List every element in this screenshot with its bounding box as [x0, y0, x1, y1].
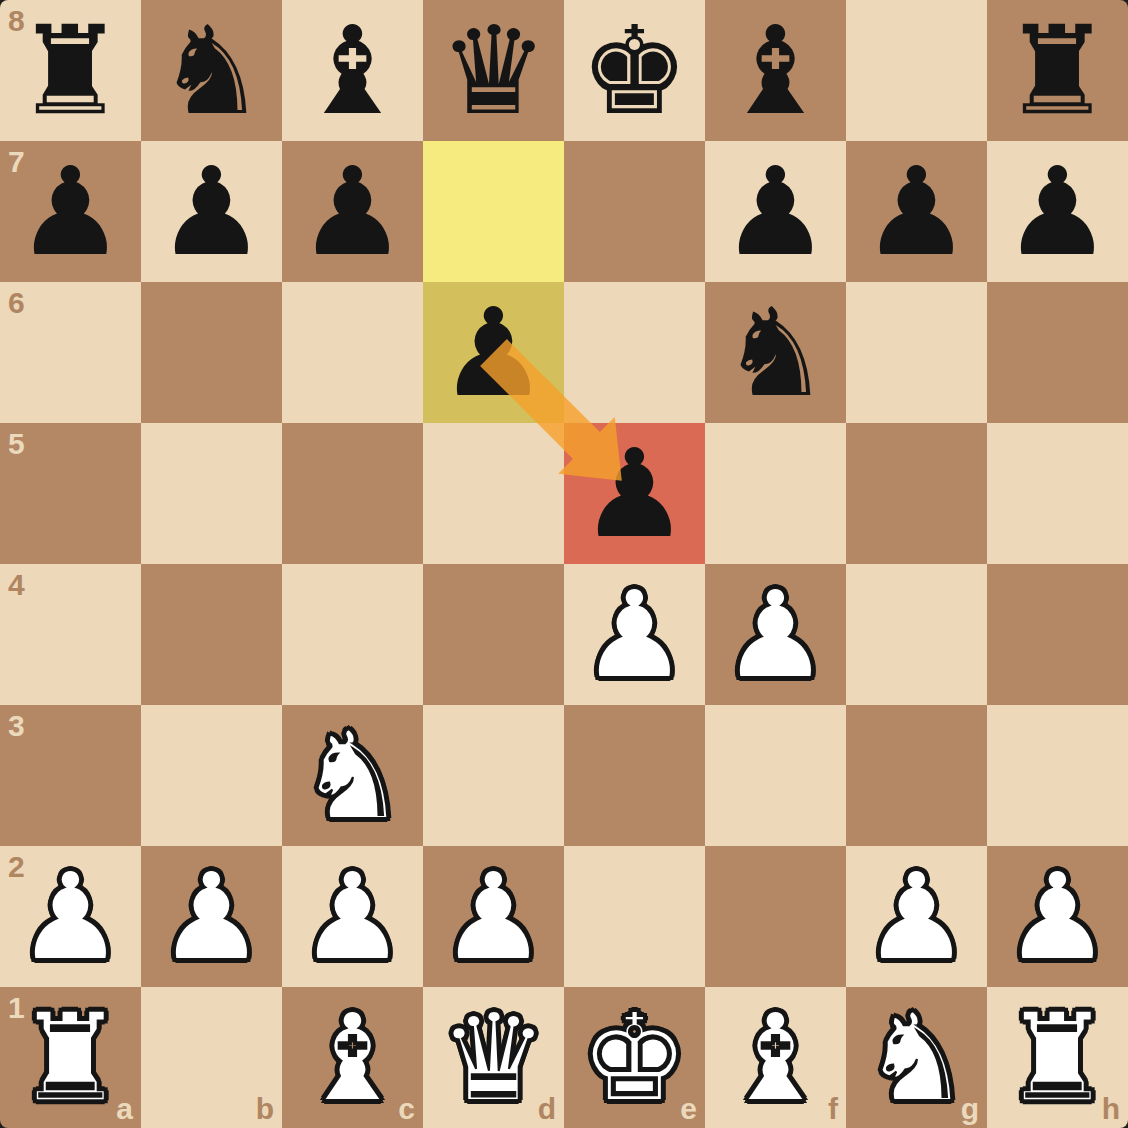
- square-e4[interactable]: ♟: [564, 564, 705, 705]
- square-h6[interactable]: [987, 282, 1128, 423]
- coord-rank-5: 5: [8, 427, 25, 461]
- piece-black-queen[interactable]: ♛: [423, 0, 564, 141]
- square-g5[interactable]: [846, 423, 987, 564]
- coord-file-f: f: [828, 1092, 838, 1126]
- square-f2[interactable]: [705, 846, 846, 987]
- square-b8[interactable]: ♞: [141, 0, 282, 141]
- coord-rank-7: 7: [8, 145, 25, 179]
- square-b6[interactable]: [141, 282, 282, 423]
- square-h8[interactable]: ♜: [987, 0, 1128, 141]
- square-c8[interactable]: ♝: [282, 0, 423, 141]
- square-f5[interactable]: [705, 423, 846, 564]
- coord-file-c: c: [398, 1092, 415, 1126]
- square-a5[interactable]: 5: [0, 423, 141, 564]
- coord-file-a: a: [116, 1092, 133, 1126]
- square-g4[interactable]: [846, 564, 987, 705]
- square-g6[interactable]: [846, 282, 987, 423]
- piece-black-pawn[interactable]: ♟: [987, 141, 1128, 282]
- square-d8[interactable]: ♛: [423, 0, 564, 141]
- square-d6[interactable]: ♟: [423, 282, 564, 423]
- coord-file-d: d: [538, 1092, 556, 1126]
- square-c3[interactable]: ♞: [282, 705, 423, 846]
- square-d5[interactable]: [423, 423, 564, 564]
- square-e1[interactable]: ♚e: [564, 987, 705, 1128]
- square-h3[interactable]: [987, 705, 1128, 846]
- piece-black-pawn[interactable]: ♟: [282, 141, 423, 282]
- piece-white-pawn[interactable]: ♟: [987, 846, 1128, 987]
- square-f7[interactable]: ♟: [705, 141, 846, 282]
- square-g8[interactable]: [846, 0, 987, 141]
- piece-black-pawn[interactable]: ♟: [705, 141, 846, 282]
- square-h1[interactable]: ♜h: [987, 987, 1128, 1128]
- piece-black-rook[interactable]: ♜: [987, 0, 1128, 141]
- piece-black-pawn[interactable]: ♟: [846, 141, 987, 282]
- piece-white-pawn[interactable]: ♟: [846, 846, 987, 987]
- square-f8[interactable]: ♝: [705, 0, 846, 141]
- piece-white-pawn[interactable]: ♟: [564, 564, 705, 705]
- square-f6[interactable]: ♞: [705, 282, 846, 423]
- piece-black-pawn[interactable]: ♟: [423, 282, 564, 423]
- coord-rank-6: 6: [8, 286, 25, 320]
- square-a7[interactable]: ♟7: [0, 141, 141, 282]
- square-e5[interactable]: ♟: [564, 423, 705, 564]
- square-h2[interactable]: ♟: [987, 846, 1128, 987]
- square-f3[interactable]: [705, 705, 846, 846]
- piece-white-bishop[interactable]: ♝: [705, 987, 846, 1128]
- piece-black-bishop[interactable]: ♝: [282, 0, 423, 141]
- square-h7[interactable]: ♟: [987, 141, 1128, 282]
- square-a1[interactable]: ♜1a: [0, 987, 141, 1128]
- square-c2[interactable]: ♟: [282, 846, 423, 987]
- square-d3[interactable]: [423, 705, 564, 846]
- square-b4[interactable]: [141, 564, 282, 705]
- square-b7[interactable]: ♟: [141, 141, 282, 282]
- piece-white-knight[interactable]: ♞: [282, 705, 423, 846]
- square-g3[interactable]: [846, 705, 987, 846]
- piece-black-bishop[interactable]: ♝: [705, 0, 846, 141]
- square-g2[interactable]: ♟: [846, 846, 987, 987]
- square-a8[interactable]: ♜8: [0, 0, 141, 141]
- square-d7[interactable]: [423, 141, 564, 282]
- coord-file-b: b: [256, 1092, 274, 1126]
- coord-rank-1: 1: [8, 991, 25, 1025]
- square-e3[interactable]: [564, 705, 705, 846]
- square-b5[interactable]: [141, 423, 282, 564]
- square-b1[interactable]: b: [141, 987, 282, 1128]
- square-d2[interactable]: ♟: [423, 846, 564, 987]
- square-g1[interactable]: ♞g: [846, 987, 987, 1128]
- coord-file-h: h: [1102, 1092, 1120, 1126]
- coord-rank-4: 4: [8, 568, 25, 602]
- square-b2[interactable]: ♟: [141, 846, 282, 987]
- piece-black-king[interactable]: ♚: [564, 0, 705, 141]
- square-e6[interactable]: [564, 282, 705, 423]
- square-d1[interactable]: ♛d: [423, 987, 564, 1128]
- piece-white-pawn[interactable]: ♟: [282, 846, 423, 987]
- square-a3[interactable]: 3: [0, 705, 141, 846]
- square-c4[interactable]: [282, 564, 423, 705]
- square-c5[interactable]: [282, 423, 423, 564]
- piece-black-pawn[interactable]: ♟: [564, 423, 705, 564]
- square-c6[interactable]: [282, 282, 423, 423]
- piece-black-knight[interactable]: ♞: [705, 282, 846, 423]
- square-f1[interactable]: ♝f: [705, 987, 846, 1128]
- piece-white-pawn[interactable]: ♟: [705, 564, 846, 705]
- square-c7[interactable]: ♟: [282, 141, 423, 282]
- square-a6[interactable]: 6: [0, 282, 141, 423]
- coord-rank-3: 3: [8, 709, 25, 743]
- piece-white-pawn[interactable]: ♟: [141, 846, 282, 987]
- coord-file-g: g: [961, 1092, 979, 1126]
- square-e7[interactable]: [564, 141, 705, 282]
- coord-rank-2: 2: [8, 850, 25, 884]
- square-a4[interactable]: 4: [0, 564, 141, 705]
- piece-white-pawn[interactable]: ♟: [423, 846, 564, 987]
- coord-rank-8: 8: [8, 4, 25, 38]
- piece-black-knight[interactable]: ♞: [141, 0, 282, 141]
- square-e8[interactable]: ♚: [564, 0, 705, 141]
- square-a2[interactable]: ♟2: [0, 846, 141, 987]
- square-d4[interactable]: [423, 564, 564, 705]
- square-h4[interactable]: [987, 564, 1128, 705]
- square-c1[interactable]: ♝c: [282, 987, 423, 1128]
- square-b3[interactable]: [141, 705, 282, 846]
- square-f4[interactable]: ♟: [705, 564, 846, 705]
- square-e2[interactable]: [564, 846, 705, 987]
- coord-file-e: e: [680, 1092, 697, 1126]
- chess-board: ♜8♞♝♛♚♝♜♟7♟♟♟♟♟6♟♞5♟4♟♟3♞♟2♟♟♟♟♟♜1ab♝c♛d…: [0, 0, 1128, 1128]
- square-g7[interactable]: ♟: [846, 141, 987, 282]
- square-h5[interactable]: [987, 423, 1128, 564]
- piece-black-pawn[interactable]: ♟: [141, 141, 282, 282]
